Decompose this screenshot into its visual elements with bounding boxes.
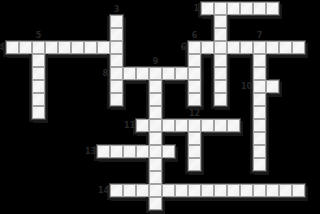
cell-r9c11[interactable] xyxy=(149,119,162,132)
clue-number-3-down: 3 xyxy=(110,6,123,14)
cell-r14c18[interactable] xyxy=(240,184,253,197)
cell-r11c7[interactable] xyxy=(97,145,110,158)
cell-r3c1[interactable] xyxy=(19,41,32,54)
cell-r5c11[interactable] xyxy=(149,67,162,80)
cell-r14c20[interactable] xyxy=(266,184,279,197)
cell-r8c19[interactable] xyxy=(253,106,266,119)
cell-r5c13[interactable] xyxy=(175,67,188,80)
cell-r7c16[interactable] xyxy=(214,93,227,106)
clue-number-2-down: 2 xyxy=(214,0,227,1)
cell-r14c9[interactable] xyxy=(123,184,136,197)
cell-r9c16[interactable] xyxy=(214,119,227,132)
cell-r3c5[interactable] xyxy=(71,41,84,54)
cell-r1c8[interactable] xyxy=(110,15,123,28)
cell-r14c21[interactable] xyxy=(279,184,292,197)
cell-r11c19[interactable] xyxy=(253,145,266,158)
cell-r2c16[interactable] xyxy=(214,28,227,41)
cell-r6c20[interactable] xyxy=(266,80,279,93)
cell-r5c8[interactable] xyxy=(110,67,123,80)
cell-r0c19[interactable] xyxy=(253,2,266,15)
cell-r0c16[interactable] xyxy=(214,2,227,15)
cell-r9c19[interactable] xyxy=(253,119,266,132)
cell-r3c4[interactable] xyxy=(58,41,71,54)
cell-r7c19[interactable] xyxy=(253,93,266,106)
clue-number-1-across: 1 xyxy=(189,5,199,13)
clue-number-14-across: 14 xyxy=(98,187,108,195)
crossword-board: 14681011131423567912 xyxy=(0,0,320,214)
cell-r4c16[interactable] xyxy=(214,54,227,67)
cell-r11c8[interactable] xyxy=(110,145,123,158)
cell-r8c2[interactable] xyxy=(32,106,45,119)
cell-r14c16[interactable] xyxy=(214,184,227,197)
cell-r9c12[interactable] xyxy=(162,119,175,132)
cell-r5c16[interactable] xyxy=(214,67,227,80)
cell-r7c14[interactable] xyxy=(188,93,201,106)
cell-r3c16[interactable] xyxy=(214,41,227,54)
cell-r6c14[interactable] xyxy=(188,80,201,93)
cell-r4c2[interactable] xyxy=(32,54,45,67)
cell-r15c11[interactable] xyxy=(149,197,162,210)
cell-r7c11[interactable] xyxy=(149,93,162,106)
cell-r9c13[interactable] xyxy=(175,119,188,132)
cell-r14c13[interactable] xyxy=(175,184,188,197)
cell-r3c8[interactable] xyxy=(110,41,123,54)
cell-r12c11[interactable] xyxy=(149,158,162,171)
cell-r14c10[interactable] xyxy=(136,184,149,197)
cell-r5c10[interactable] xyxy=(136,67,149,80)
cell-r14c22[interactable] xyxy=(292,184,305,197)
crossword-image: 14681011131423567912 xyxy=(0,0,320,214)
cell-r3c20[interactable] xyxy=(266,41,279,54)
cell-r12c14[interactable] xyxy=(188,158,201,171)
cell-r6c8[interactable] xyxy=(110,80,123,93)
cell-r11c14[interactable] xyxy=(188,145,201,158)
cell-r14c14[interactable] xyxy=(188,184,201,197)
cell-r1c16[interactable] xyxy=(214,15,227,28)
cell-r5c9[interactable] xyxy=(123,67,136,80)
clue-number-5-down: 5 xyxy=(32,32,45,40)
cell-r7c8[interactable] xyxy=(110,93,123,106)
cell-r5c12[interactable] xyxy=(162,67,175,80)
clue-number-10-across: 10 xyxy=(241,83,251,91)
cell-r9c15[interactable] xyxy=(201,119,214,132)
cell-r3c2[interactable] xyxy=(32,41,45,54)
cell-r11c9[interactable] xyxy=(123,145,136,158)
cell-r3c15[interactable] xyxy=(201,41,214,54)
cell-r10c19[interactable] xyxy=(253,132,266,145)
cell-r5c2[interactable] xyxy=(32,67,45,80)
cell-r3c18[interactable] xyxy=(240,41,253,54)
cell-r12c19[interactable] xyxy=(253,158,266,171)
cell-r3c14[interactable] xyxy=(188,41,201,54)
cell-r2c8[interactable] xyxy=(110,28,123,41)
cell-r3c21[interactable] xyxy=(279,41,292,54)
cell-r3c17[interactable] xyxy=(227,41,240,54)
cell-r0c15[interactable] xyxy=(201,2,214,15)
cell-r11c10[interactable] xyxy=(136,145,149,158)
cell-r14c19[interactable] xyxy=(253,184,266,197)
cell-r3c7[interactable] xyxy=(97,41,110,54)
clue-number-6-across: 6 xyxy=(176,44,186,52)
cell-r0c18[interactable] xyxy=(240,2,253,15)
cell-r4c14[interactable] xyxy=(188,54,201,67)
cell-r4c19[interactable] xyxy=(253,54,266,67)
cell-r4c8[interactable] xyxy=(110,54,123,67)
cell-r9c14[interactable] xyxy=(188,119,201,132)
clue-number-11-across: 11 xyxy=(124,122,134,130)
cell-r5c19[interactable] xyxy=(253,67,266,80)
cell-r3c0[interactable] xyxy=(6,41,19,54)
cell-r6c2[interactable] xyxy=(32,80,45,93)
cell-r5c14[interactable] xyxy=(188,67,201,80)
clue-number-9-down: 9 xyxy=(149,58,162,66)
cell-r14c12[interactable] xyxy=(162,184,175,197)
cell-r0c17[interactable] xyxy=(227,2,240,15)
cell-r3c22[interactable] xyxy=(292,41,305,54)
cell-r9c10[interactable] xyxy=(136,119,149,132)
clue-number-6-down: 6 xyxy=(188,32,201,40)
cell-r6c19[interactable] xyxy=(253,80,266,93)
clue-number-13-across: 13 xyxy=(85,148,95,156)
cell-r14c15[interactable] xyxy=(201,184,214,197)
cell-r11c12[interactable] xyxy=(162,145,175,158)
cell-r3c6[interactable] xyxy=(84,41,97,54)
cell-r10c14[interactable] xyxy=(188,132,201,145)
cell-r0c20[interactable] xyxy=(266,2,279,15)
cell-r10c11[interactable] xyxy=(149,132,162,145)
cell-r14c11[interactable] xyxy=(149,184,162,197)
cell-r8c11[interactable] xyxy=(149,106,162,119)
cell-r11c11[interactable] xyxy=(149,145,162,158)
clue-number-8-across: 8 xyxy=(98,70,108,78)
cell-r13c11[interactable] xyxy=(149,171,162,184)
cell-r3c3[interactable] xyxy=(45,41,58,54)
cell-r7c2[interactable] xyxy=(32,93,45,106)
clue-number-12-down: 12 xyxy=(188,110,201,118)
clue-number-4-across: 4 xyxy=(0,44,4,52)
cell-r14c8[interactable] xyxy=(110,184,123,197)
clue-number-7-down: 7 xyxy=(253,32,266,40)
cell-r9c17[interactable] xyxy=(227,119,240,132)
cell-r6c16[interactable] xyxy=(214,80,227,93)
cell-r6c11[interactable] xyxy=(149,80,162,93)
cell-r14c17[interactable] xyxy=(227,184,240,197)
cell-r3c19[interactable] xyxy=(253,41,266,54)
